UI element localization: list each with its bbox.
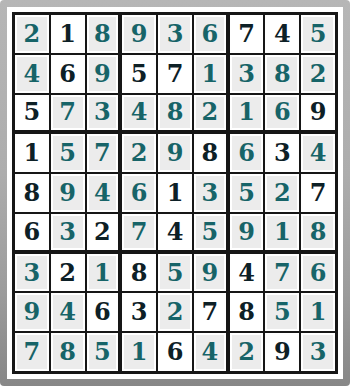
cell-r3c3[interactable]: 3 bbox=[86, 94, 122, 134]
cell-r8c5[interactable]: 2 bbox=[157, 292, 193, 332]
cell-r8c1[interactable]: 9 bbox=[14, 292, 50, 332]
cell-r7c7[interactable]: 4 bbox=[229, 253, 265, 293]
cell-r7c9[interactable]: 6 bbox=[300, 253, 336, 293]
cell-r3c5[interactable]: 8 bbox=[157, 94, 193, 134]
cell-r8c2[interactable]: 4 bbox=[50, 292, 86, 332]
cell-r4c5[interactable]: 9 bbox=[157, 133, 193, 173]
cell-r2c9[interactable]: 2 bbox=[300, 54, 336, 94]
cell-r9c2[interactable]: 8 bbox=[50, 332, 86, 372]
cell-r5c4[interactable]: 6 bbox=[121, 173, 157, 213]
cell-r5c3[interactable]: 4 bbox=[86, 173, 122, 213]
cell-r9c8[interactable]: 9 bbox=[264, 332, 300, 372]
cell-r8c4[interactable]: 3 bbox=[121, 292, 157, 332]
cell-r1c5[interactable]: 3 bbox=[157, 14, 193, 54]
sudoku-board: 2189367454695713825734821691572986348946… bbox=[12, 12, 338, 374]
cell-r1c4[interactable]: 9 bbox=[121, 14, 157, 54]
cell-r6c8[interactable]: 1 bbox=[264, 213, 300, 253]
cell-r1c3[interactable]: 8 bbox=[86, 14, 122, 54]
cell-r5c6[interactable]: 3 bbox=[193, 173, 229, 213]
cell-r5c9[interactable]: 7 bbox=[300, 173, 336, 213]
cell-r6c3[interactable]: 2 bbox=[86, 213, 122, 253]
cell-r3c9[interactable]: 9 bbox=[300, 94, 336, 134]
cell-r6c7[interactable]: 9 bbox=[229, 213, 265, 253]
cell-r9c3[interactable]: 5 bbox=[86, 332, 122, 372]
cell-r4c2[interactable]: 5 bbox=[50, 133, 86, 173]
cell-r3c1[interactable]: 5 bbox=[14, 94, 50, 134]
cell-r6c9[interactable]: 8 bbox=[300, 213, 336, 253]
cell-r9c4[interactable]: 1 bbox=[121, 332, 157, 372]
cell-r8c3[interactable]: 6 bbox=[86, 292, 122, 332]
cell-r6c5[interactable]: 4 bbox=[157, 213, 193, 253]
cell-r1c6[interactable]: 6 bbox=[193, 14, 229, 54]
cell-r4c1[interactable]: 1 bbox=[14, 133, 50, 173]
cell-r1c1[interactable]: 2 bbox=[14, 14, 50, 54]
cell-r3c6[interactable]: 2 bbox=[193, 94, 229, 134]
cell-r4c9[interactable]: 4 bbox=[300, 133, 336, 173]
cell-r1c7[interactable]: 7 bbox=[229, 14, 265, 54]
cell-r2c1[interactable]: 4 bbox=[14, 54, 50, 94]
cell-r2c3[interactable]: 9 bbox=[86, 54, 122, 94]
cell-r5c2[interactable]: 9 bbox=[50, 173, 86, 213]
cell-r2c5[interactable]: 7 bbox=[157, 54, 193, 94]
cell-r6c4[interactable]: 7 bbox=[121, 213, 157, 253]
cell-r6c1[interactable]: 6 bbox=[14, 213, 50, 253]
cell-r5c1[interactable]: 8 bbox=[14, 173, 50, 213]
cell-r1c2[interactable]: 1 bbox=[50, 14, 86, 54]
cell-r7c1[interactable]: 3 bbox=[14, 253, 50, 293]
cell-r9c6[interactable]: 4 bbox=[193, 332, 229, 372]
cell-r4c7[interactable]: 6 bbox=[229, 133, 265, 173]
cell-r7c2[interactable]: 2 bbox=[50, 253, 86, 293]
cell-r7c3[interactable]: 1 bbox=[86, 253, 122, 293]
cell-r1c8[interactable]: 4 bbox=[264, 14, 300, 54]
cell-r1c9[interactable]: 5 bbox=[300, 14, 336, 54]
cell-r6c2[interactable]: 3 bbox=[50, 213, 86, 253]
cell-r4c6[interactable]: 8 bbox=[193, 133, 229, 173]
window-frame: 2189367454695713825734821691572986348946… bbox=[0, 0, 350, 386]
cell-r8c9[interactable]: 1 bbox=[300, 292, 336, 332]
cell-r7c5[interactable]: 5 bbox=[157, 253, 193, 293]
cell-r8c6[interactable]: 7 bbox=[193, 292, 229, 332]
cell-r9c5[interactable]: 6 bbox=[157, 332, 193, 372]
cell-r5c8[interactable]: 2 bbox=[264, 173, 300, 213]
cell-r2c6[interactable]: 1 bbox=[193, 54, 229, 94]
cell-r7c4[interactable]: 8 bbox=[121, 253, 157, 293]
cell-r5c7[interactable]: 5 bbox=[229, 173, 265, 213]
cell-r9c1[interactable]: 7 bbox=[14, 332, 50, 372]
cell-r3c4[interactable]: 4 bbox=[121, 94, 157, 134]
cell-r2c7[interactable]: 3 bbox=[229, 54, 265, 94]
cell-r2c8[interactable]: 8 bbox=[264, 54, 300, 94]
cell-r2c2[interactable]: 6 bbox=[50, 54, 86, 94]
cell-r2c4[interactable]: 5 bbox=[121, 54, 157, 94]
cell-r4c8[interactable]: 3 bbox=[264, 133, 300, 173]
cell-r3c8[interactable]: 6 bbox=[264, 94, 300, 134]
cell-r6c6[interactable]: 5 bbox=[193, 213, 229, 253]
cell-r4c3[interactable]: 7 bbox=[86, 133, 122, 173]
cell-r4c4[interactable]: 2 bbox=[121, 133, 157, 173]
cell-r8c7[interactable]: 8 bbox=[229, 292, 265, 332]
cell-r9c9[interactable]: 3 bbox=[300, 332, 336, 372]
cell-r9c7[interactable]: 2 bbox=[229, 332, 265, 372]
cell-r7c8[interactable]: 7 bbox=[264, 253, 300, 293]
cell-r3c2[interactable]: 7 bbox=[50, 94, 86, 134]
cell-r7c6[interactable]: 9 bbox=[193, 253, 229, 293]
cell-r3c7[interactable]: 1 bbox=[229, 94, 265, 134]
cell-r5c5[interactable]: 1 bbox=[157, 173, 193, 213]
board-mat: 2189367454695713825734821691572986348946… bbox=[7, 7, 343, 379]
cell-r8c8[interactable]: 5 bbox=[264, 292, 300, 332]
